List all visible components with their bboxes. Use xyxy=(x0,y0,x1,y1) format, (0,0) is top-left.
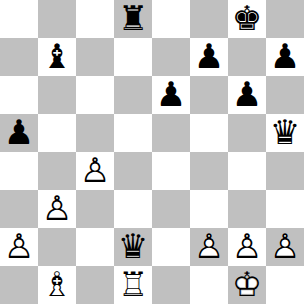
piece-white-pawn[interactable]: ♟♙ xyxy=(0,228,38,266)
square-g8[interactable]: ♚ xyxy=(228,0,266,38)
square-g2[interactable]: ♟♙ xyxy=(228,228,266,266)
square-e2[interactable] xyxy=(152,228,190,266)
black-bishop-icon: ♝ xyxy=(42,39,72,73)
square-a4[interactable] xyxy=(0,152,38,190)
square-d6[interactable] xyxy=(114,76,152,114)
square-b2[interactable] xyxy=(38,228,76,266)
piece-black-bishop[interactable]: ♝ xyxy=(38,38,76,76)
square-b4[interactable] xyxy=(38,152,76,190)
square-d4[interactable] xyxy=(114,152,152,190)
square-d5[interactable] xyxy=(114,114,152,152)
square-a3[interactable] xyxy=(0,190,38,228)
piece-white-rook[interactable]: ♜♖ xyxy=(114,266,152,304)
square-b5[interactable] xyxy=(38,114,76,152)
black-pawn-icon: ♟ xyxy=(4,115,34,149)
square-f8[interactable] xyxy=(190,0,228,38)
square-h2[interactable]: ♟♙ xyxy=(266,228,304,266)
square-c7[interactable] xyxy=(76,38,114,76)
square-c8[interactable] xyxy=(76,0,114,38)
white-pawn-icon: ♙ xyxy=(4,229,34,263)
square-e7[interactable] xyxy=(152,38,190,76)
black-queen-icon: ♛ xyxy=(118,229,148,263)
square-a6[interactable] xyxy=(0,76,38,114)
white-pawn-icon: ♙ xyxy=(270,229,300,263)
square-f5[interactable] xyxy=(190,114,228,152)
square-h7[interactable]: ♟ xyxy=(266,38,304,76)
square-b8[interactable] xyxy=(38,0,76,38)
white-pawn-icon: ♙ xyxy=(80,153,110,187)
square-g4[interactable] xyxy=(228,152,266,190)
square-c4[interactable]: ♟♙ xyxy=(76,152,114,190)
square-d7[interactable] xyxy=(114,38,152,76)
square-a8[interactable] xyxy=(0,0,38,38)
black-king-icon: ♚ xyxy=(232,1,262,35)
square-c1[interactable] xyxy=(76,266,114,304)
square-f3[interactable] xyxy=(190,190,228,228)
piece-black-queen[interactable]: ♛ xyxy=(114,228,152,266)
piece-white-bishop[interactable]: ♝♗ xyxy=(38,266,76,304)
square-f2[interactable]: ♟♙ xyxy=(190,228,228,266)
square-a5[interactable]: ♟ xyxy=(0,114,38,152)
black-pawn-icon: ♟ xyxy=(194,39,224,73)
square-h4[interactable] xyxy=(266,152,304,190)
square-e4[interactable] xyxy=(152,152,190,190)
piece-white-pawn[interactable]: ♟♙ xyxy=(38,190,76,228)
square-b3[interactable]: ♟♙ xyxy=(38,190,76,228)
piece-black-pawn[interactable]: ♟ xyxy=(0,114,38,152)
square-g7[interactable] xyxy=(228,38,266,76)
square-h6[interactable] xyxy=(266,76,304,114)
white-pawn-icon: ♙ xyxy=(232,229,262,263)
square-c3[interactable] xyxy=(76,190,114,228)
square-g5[interactable] xyxy=(228,114,266,152)
piece-white-pawn[interactable]: ♟♙ xyxy=(228,228,266,266)
black-pawn-icon: ♟ xyxy=(156,77,186,111)
black-pawn-icon: ♟ xyxy=(232,77,262,111)
square-f4[interactable] xyxy=(190,152,228,190)
white-bishop-icon: ♗ xyxy=(42,267,72,301)
square-e5[interactable] xyxy=(152,114,190,152)
square-e1[interactable] xyxy=(152,266,190,304)
square-b1[interactable]: ♝♗ xyxy=(38,266,76,304)
square-h5[interactable]: ♛ xyxy=(266,114,304,152)
square-d1[interactable]: ♜♖ xyxy=(114,266,152,304)
square-d8[interactable]: ♜ xyxy=(114,0,152,38)
square-f1[interactable] xyxy=(190,266,228,304)
white-rook-icon: ♖ xyxy=(118,267,148,301)
square-f6[interactable] xyxy=(190,76,228,114)
piece-black-king[interactable]: ♚ xyxy=(228,0,266,38)
square-g1[interactable]: ♚♔ xyxy=(228,266,266,304)
square-e8[interactable] xyxy=(152,0,190,38)
square-a7[interactable] xyxy=(0,38,38,76)
piece-black-pawn[interactable]: ♟ xyxy=(228,76,266,114)
square-e6[interactable]: ♟ xyxy=(152,76,190,114)
square-a1[interactable] xyxy=(0,266,38,304)
white-pawn-icon: ♙ xyxy=(194,229,224,263)
white-king-icon: ♔ xyxy=(232,267,262,301)
square-c2[interactable] xyxy=(76,228,114,266)
square-h8[interactable] xyxy=(266,0,304,38)
piece-black-queen[interactable]: ♛ xyxy=(266,114,304,152)
square-c5[interactable] xyxy=(76,114,114,152)
square-b6[interactable] xyxy=(38,76,76,114)
square-g6[interactable]: ♟ xyxy=(228,76,266,114)
black-rook-icon: ♜ xyxy=(118,1,148,35)
piece-white-pawn[interactable]: ♟♙ xyxy=(266,228,304,266)
black-queen-icon: ♛ xyxy=(270,115,300,149)
square-d2[interactable]: ♛ xyxy=(114,228,152,266)
piece-black-pawn[interactable]: ♟ xyxy=(152,76,190,114)
chess-board: ♜♚♝♟♟♟♟♟♛♟♙♟♙♟♙♛♟♙♟♙♟♙♝♗♜♖♚♔ xyxy=(0,0,304,304)
square-h1[interactable] xyxy=(266,266,304,304)
white-pawn-icon: ♙ xyxy=(42,191,72,225)
piece-white-king[interactable]: ♚♔ xyxy=(228,266,266,304)
piece-black-pawn[interactable]: ♟ xyxy=(266,38,304,76)
piece-black-pawn[interactable]: ♟ xyxy=(190,38,228,76)
black-pawn-icon: ♟ xyxy=(270,39,300,73)
piece-black-rook[interactable]: ♜ xyxy=(114,0,152,38)
square-d3[interactable] xyxy=(114,190,152,228)
square-b7[interactable]: ♝ xyxy=(38,38,76,76)
square-e3[interactable] xyxy=(152,190,190,228)
piece-white-pawn[interactable]: ♟♙ xyxy=(76,152,114,190)
square-g3[interactable] xyxy=(228,190,266,228)
square-h3[interactable] xyxy=(266,190,304,228)
piece-white-pawn[interactable]: ♟♙ xyxy=(190,228,228,266)
square-c6[interactable] xyxy=(76,76,114,114)
square-f7[interactable]: ♟ xyxy=(190,38,228,76)
square-a2[interactable]: ♟♙ xyxy=(0,228,38,266)
